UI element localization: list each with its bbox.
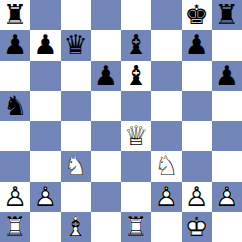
square-f5[interactable] — [151, 91, 181, 121]
piece-outline-layer: ♘ — [61, 151, 91, 181]
white-pawn[interactable]: ♟♙ — [182, 182, 212, 212]
square-d5[interactable] — [91, 91, 121, 121]
square-h8[interactable]: ♜ — [212, 0, 242, 30]
square-e5[interactable] — [121, 91, 151, 121]
black-pawn[interactable]: ♟ — [212, 61, 242, 91]
white-pawn[interactable]: ♟♙ — [151, 182, 181, 212]
white-king[interactable]: ♚♔ — [182, 212, 212, 242]
square-h7[interactable] — [212, 30, 242, 60]
square-d1[interactable] — [91, 212, 121, 242]
square-e8[interactable] — [121, 0, 151, 30]
white-pawn[interactable]: ♟♙ — [0, 182, 30, 212]
square-h2[interactable]: ♟♙ — [212, 182, 242, 212]
square-d8[interactable] — [91, 0, 121, 30]
square-g7[interactable]: ♟ — [182, 30, 212, 60]
square-e2[interactable] — [121, 182, 151, 212]
square-a5[interactable]: ♞ — [0, 91, 30, 121]
square-b8[interactable] — [30, 0, 60, 30]
square-g8[interactable]: ♚ — [182, 0, 212, 30]
square-c7[interactable]: ♛ — [61, 30, 91, 60]
black-pawn[interactable]: ♟ — [182, 30, 212, 60]
square-h6[interactable]: ♟ — [212, 61, 242, 91]
square-f2[interactable]: ♟♙ — [151, 182, 181, 212]
white-knight[interactable]: ♞♘ — [151, 151, 181, 181]
piece-glyph: ♞ — [0, 91, 30, 121]
square-a4[interactable] — [0, 121, 30, 151]
square-g3[interactable] — [182, 151, 212, 181]
piece-glyph: ♚ — [182, 0, 212, 30]
black-rook[interactable]: ♜ — [0, 0, 30, 30]
black-queen[interactable]: ♛ — [61, 30, 91, 60]
square-f1[interactable] — [151, 212, 181, 242]
square-h4[interactable] — [212, 121, 242, 151]
black-bishop[interactable]: ♝ — [121, 61, 151, 91]
square-g5[interactable] — [182, 91, 212, 121]
square-e3[interactable] — [121, 151, 151, 181]
white-knight[interactable]: ♞♘ — [61, 151, 91, 181]
piece-glyph: ♟ — [212, 61, 242, 91]
piece-glyph: ♛ — [61, 30, 91, 60]
piece-outline-layer: ♙ — [212, 182, 242, 212]
square-a6[interactable] — [0, 61, 30, 91]
square-c6[interactable] — [61, 61, 91, 91]
square-b1[interactable] — [30, 212, 60, 242]
white-queen[interactable]: ♛♕ — [121, 121, 151, 151]
piece-outline-layer: ♙ — [151, 182, 181, 212]
square-a1[interactable]: ♜♖ — [0, 212, 30, 242]
piece-outline-layer: ♕ — [121, 121, 151, 151]
square-a8[interactable]: ♜ — [0, 0, 30, 30]
black-pawn[interactable]: ♟ — [30, 30, 60, 60]
piece-glyph: ♟ — [30, 30, 60, 60]
black-king[interactable]: ♚ — [182, 0, 212, 30]
chess-board: ♜♚♜♟♟♛♝♟♟♝♟♞♛♕♞♘♞♘♟♙♟♙♟♙♟♙♟♙♜♖♝♗♜♖♚♔ — [0, 0, 242, 242]
square-b7[interactable]: ♟ — [30, 30, 60, 60]
square-a2[interactable]: ♟♙ — [0, 182, 30, 212]
square-c8[interactable] — [61, 0, 91, 30]
piece-glyph: ♟ — [91, 61, 121, 91]
square-c3[interactable]: ♞♘ — [61, 151, 91, 181]
square-h5[interactable] — [212, 91, 242, 121]
square-f3[interactable]: ♞♘ — [151, 151, 181, 181]
square-f8[interactable] — [151, 0, 181, 30]
white-pawn[interactable]: ♟♙ — [212, 182, 242, 212]
square-b6[interactable] — [30, 61, 60, 91]
piece-outline-layer: ♖ — [121, 212, 151, 242]
piece-outline-layer: ♙ — [30, 182, 60, 212]
square-d3[interactable] — [91, 151, 121, 181]
square-d2[interactable] — [91, 182, 121, 212]
square-a3[interactable] — [0, 151, 30, 181]
square-b5[interactable] — [30, 91, 60, 121]
black-bishop[interactable]: ♝ — [121, 30, 151, 60]
square-b4[interactable] — [30, 121, 60, 151]
square-c5[interactable] — [61, 91, 91, 121]
black-knight[interactable]: ♞ — [0, 91, 30, 121]
piece-outline-layer: ♘ — [151, 151, 181, 181]
white-bishop[interactable]: ♝♗ — [61, 212, 91, 242]
piece-outline-layer: ♔ — [182, 212, 212, 242]
piece-outline-layer: ♖ — [0, 212, 30, 242]
square-e7[interactable]: ♝ — [121, 30, 151, 60]
piece-glyph: ♝ — [121, 30, 151, 60]
square-g6[interactable] — [182, 61, 212, 91]
square-f7[interactable] — [151, 30, 181, 60]
square-b3[interactable] — [30, 151, 60, 181]
piece-glyph: ♟ — [0, 30, 30, 60]
square-f6[interactable] — [151, 61, 181, 91]
piece-outline-layer: ♙ — [0, 182, 30, 212]
piece-glyph: ♟ — [182, 30, 212, 60]
black-pawn[interactable]: ♟ — [91, 61, 121, 91]
square-h3[interactable] — [212, 151, 242, 181]
square-d4[interactable] — [91, 121, 121, 151]
black-pawn[interactable]: ♟ — [0, 30, 30, 60]
white-pawn[interactable]: ♟♙ — [30, 182, 60, 212]
square-a7[interactable]: ♟ — [0, 30, 30, 60]
piece-outline-layer: ♗ — [61, 212, 91, 242]
square-e1[interactable]: ♜♖ — [121, 212, 151, 242]
piece-outline-layer: ♙ — [182, 182, 212, 212]
square-g1[interactable]: ♚♔ — [182, 212, 212, 242]
square-c2[interactable] — [61, 182, 91, 212]
square-e6[interactable]: ♝ — [121, 61, 151, 91]
black-rook[interactable]: ♜ — [212, 0, 242, 30]
square-c1[interactable]: ♝♗ — [61, 212, 91, 242]
square-h1[interactable] — [212, 212, 242, 242]
piece-glyph: ♜ — [0, 0, 30, 30]
square-f4[interactable] — [151, 121, 181, 151]
white-rook[interactable]: ♜♖ — [121, 212, 151, 242]
square-c4[interactable] — [61, 121, 91, 151]
square-g2[interactable]: ♟♙ — [182, 182, 212, 212]
square-b2[interactable]: ♟♙ — [30, 182, 60, 212]
square-d7[interactable] — [91, 30, 121, 60]
square-g4[interactable] — [182, 121, 212, 151]
piece-glyph: ♝ — [121, 61, 151, 91]
square-d6[interactable]: ♟ — [91, 61, 121, 91]
square-e4[interactable]: ♛♕ — [121, 121, 151, 151]
white-rook[interactable]: ♜♖ — [0, 212, 30, 242]
piece-glyph: ♜ — [212, 0, 242, 30]
